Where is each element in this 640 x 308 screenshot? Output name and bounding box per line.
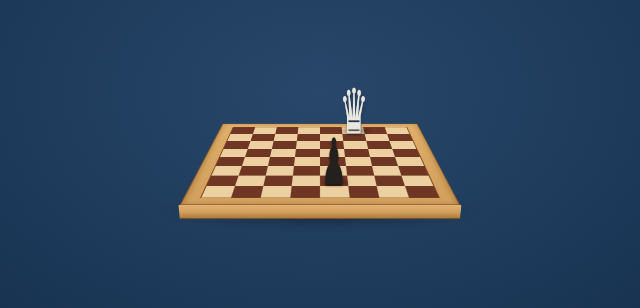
square-c6 — [272, 141, 297, 149]
square-h4 — [395, 157, 424, 166]
square-a6 — [224, 141, 251, 149]
square-h2 — [401, 176, 433, 187]
square-b3 — [239, 166, 268, 176]
square-a7 — [227, 134, 253, 141]
square-g2 — [374, 176, 405, 187]
square-d1 — [290, 186, 320, 197]
square-e1 — [320, 186, 350, 197]
square-d2 — [292, 176, 320, 187]
board-grid — [200, 127, 440, 198]
scene-background: ♛ ♟ — [0, 0, 640, 308]
square-h3 — [398, 166, 428, 176]
square-c7 — [274, 134, 298, 141]
square-e4 — [320, 157, 346, 166]
square-b2 — [235, 176, 266, 187]
square-g3 — [372, 166, 401, 176]
square-g6 — [366, 141, 392, 149]
square-c3 — [266, 166, 294, 176]
square-a2 — [207, 176, 239, 187]
square-d6 — [296, 141, 320, 149]
square-g1 — [377, 186, 409, 197]
square-d5 — [295, 149, 320, 157]
square-c2 — [263, 176, 293, 187]
square-a3 — [212, 166, 242, 176]
board-front-edge — [179, 205, 462, 219]
square-b5 — [245, 149, 272, 157]
board-frame — [180, 124, 461, 205]
square-c4 — [268, 157, 295, 166]
black-pawn-ground-shadow — [320, 178, 352, 187]
square-d3 — [293, 166, 320, 176]
square-c5 — [270, 149, 296, 157]
square-h6 — [390, 141, 417, 149]
square-f6 — [343, 141, 368, 149]
square-f1 — [348, 186, 379, 197]
square-d7 — [297, 134, 320, 141]
square-e3 — [320, 166, 347, 176]
square-f3 — [346, 166, 374, 176]
square-g5 — [368, 149, 395, 157]
white-queen-ground-shadow — [338, 126, 374, 136]
square-e5 — [320, 149, 345, 157]
chessboard — [180, 124, 461, 205]
square-b6 — [248, 141, 274, 149]
square-a5 — [220, 149, 248, 157]
square-h1 — [405, 186, 439, 197]
square-g4 — [370, 157, 398, 166]
square-d4 — [294, 157, 320, 166]
square-a1 — [201, 186, 235, 197]
square-c1 — [261, 186, 292, 197]
square-h5 — [392, 149, 420, 157]
square-b7 — [250, 134, 275, 141]
square-h7 — [387, 134, 413, 141]
square-b4 — [242, 157, 270, 166]
square-f5 — [344, 149, 370, 157]
square-f4 — [345, 157, 372, 166]
square-b1 — [231, 186, 263, 197]
square-e6 — [320, 141, 344, 149]
square-a4 — [216, 157, 245, 166]
